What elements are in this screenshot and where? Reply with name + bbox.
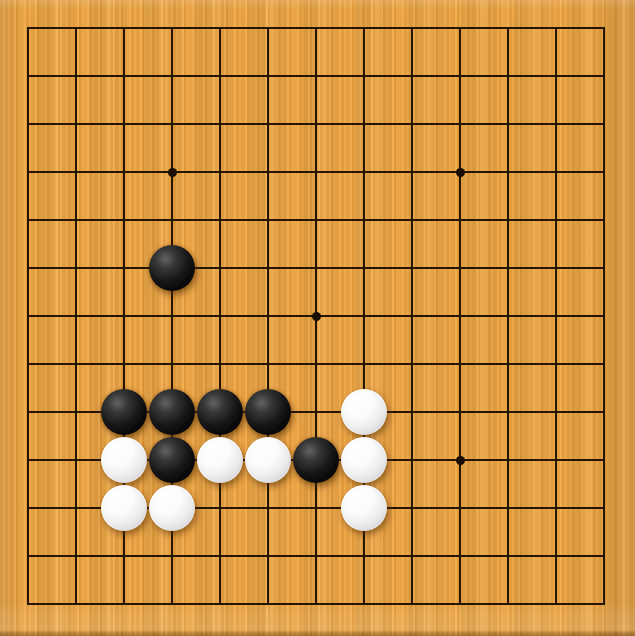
black-stone <box>245 389 291 435</box>
black-stone <box>149 389 195 435</box>
black-stone <box>293 437 339 483</box>
black-stone <box>149 245 195 291</box>
white-stone <box>245 437 291 483</box>
white-stone <box>341 485 387 531</box>
goban <box>0 0 635 636</box>
star-point <box>456 456 465 465</box>
white-stone <box>101 485 147 531</box>
star-point <box>456 168 465 177</box>
star-point <box>312 312 321 321</box>
white-stone <box>149 485 195 531</box>
white-stone <box>341 389 387 435</box>
white-stone <box>101 437 147 483</box>
white-stone <box>341 437 387 483</box>
black-stone <box>101 389 147 435</box>
black-stone <box>197 389 243 435</box>
black-stone <box>149 437 195 483</box>
star-point <box>168 168 177 177</box>
white-stone <box>197 437 243 483</box>
